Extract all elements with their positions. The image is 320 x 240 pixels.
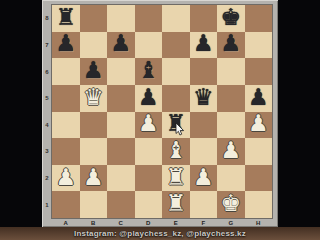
square-c1[interactable]	[107, 191, 135, 218]
square-a5[interactable]	[52, 85, 80, 112]
square-h6[interactable]	[245, 58, 273, 85]
white-pawn: ♟	[138, 112, 159, 135]
black-pawn: ♟	[138, 86, 159, 109]
left-letterbox-bar	[0, 0, 42, 227]
white-rook: ♜	[165, 192, 186, 215]
white-rook: ♜	[165, 166, 186, 189]
white-pawn: ♟	[220, 139, 241, 162]
square-g3[interactable]: ♟	[217, 138, 245, 165]
square-h8[interactable]	[245, 5, 273, 32]
square-e1[interactable]: ♜	[162, 191, 190, 218]
file-label-c: C	[107, 218, 135, 227]
square-d1[interactable]	[135, 191, 163, 218]
square-b8[interactable]	[80, 5, 108, 32]
rank-label-1: 1	[42, 191, 52, 218]
rank-label-7: 7	[42, 32, 52, 59]
square-a6[interactable]	[52, 58, 80, 85]
square-a4[interactable]	[52, 112, 80, 139]
square-h2[interactable]	[245, 165, 273, 192]
black-pawn: ♟	[248, 86, 269, 109]
square-f1[interactable]	[190, 191, 218, 218]
square-d8[interactable]	[135, 5, 163, 32]
rank-label-3: 3	[42, 138, 52, 165]
rank-label-2: 2	[42, 165, 52, 192]
black-pawn: ♟	[110, 32, 131, 55]
black-king: ♚	[220, 6, 241, 29]
square-g7[interactable]: ♟	[217, 32, 245, 59]
white-pawn: ♟	[83, 166, 104, 189]
square-b3[interactable]	[80, 138, 108, 165]
black-pawn: ♟	[83, 59, 104, 82]
black-pawn: ♟	[55, 32, 76, 55]
file-label-e: E	[162, 218, 190, 227]
square-b4[interactable]	[80, 112, 108, 139]
file-labels: ABCDEFGH	[52, 218, 272, 227]
square-c7[interactable]: ♟	[107, 32, 135, 59]
square-f4[interactable]	[190, 112, 218, 139]
square-e3[interactable]: ♝	[162, 138, 190, 165]
rank-label-5: 5	[42, 85, 52, 112]
square-f6[interactable]	[190, 58, 218, 85]
black-pawn: ♟	[220, 32, 241, 55]
square-c8[interactable]	[107, 5, 135, 32]
square-d4[interactable]: ♟	[135, 112, 163, 139]
file-label-b: B	[80, 218, 108, 227]
square-b2[interactable]: ♟	[80, 165, 108, 192]
square-h7[interactable]	[245, 32, 273, 59]
square-e5[interactable]	[162, 85, 190, 112]
square-g2[interactable]	[217, 165, 245, 192]
square-g1[interactable]: ♚	[217, 191, 245, 218]
footer-text: Instagram: @playchess_kz, @playchess.kz	[74, 229, 246, 238]
square-g6[interactable]	[217, 58, 245, 85]
square-b6[interactable]: ♟	[80, 58, 108, 85]
mouse-cursor-icon	[175, 123, 185, 136]
white-king: ♚	[220, 192, 241, 215]
square-a7[interactable]: ♟	[52, 32, 80, 59]
chess-board-frame: 87654321 ♜♚♟♟♟♟♟♝♛♟♛♟♟♜♟♝♟♟♟♜♟♜♚ ABCDEFG…	[42, 0, 278, 227]
rank-label-6: 6	[42, 58, 52, 85]
file-label-f: F	[190, 218, 218, 227]
square-e2[interactable]: ♜	[162, 165, 190, 192]
file-label-h: H	[245, 218, 273, 227]
square-f2[interactable]: ♟	[190, 165, 218, 192]
black-queen: ♛	[193, 86, 214, 109]
file-label-g: G	[217, 218, 245, 227]
square-f8[interactable]	[190, 5, 218, 32]
footer-banner: Instagram: @playchess_kz, @playchess.kz	[0, 227, 320, 240]
square-e7[interactable]	[162, 32, 190, 59]
square-d3[interactable]	[135, 138, 163, 165]
right-letterbox-bar	[278, 0, 320, 227]
rank-labels: 87654321	[42, 5, 52, 218]
black-bishop: ♝	[138, 59, 159, 82]
square-d7[interactable]	[135, 32, 163, 59]
square-h4[interactable]: ♟	[245, 112, 273, 139]
square-b1[interactable]	[80, 191, 108, 218]
rank-label-4: 4	[42, 112, 52, 139]
square-a8[interactable]: ♜	[52, 5, 80, 32]
white-queen: ♛	[83, 86, 104, 109]
square-d6[interactable]: ♝	[135, 58, 163, 85]
rank-label-8: 8	[42, 5, 52, 32]
square-d2[interactable]	[135, 165, 163, 192]
square-c4[interactable]	[107, 112, 135, 139]
file-label-a: A	[52, 218, 80, 227]
black-pawn: ♟	[193, 32, 214, 55]
square-f5[interactable]: ♛	[190, 85, 218, 112]
board-squares: ♜♚♟♟♟♟♟♝♛♟♛♟♟♜♟♝♟♟♟♜♟♜♚	[52, 5, 272, 218]
square-g8[interactable]: ♚	[217, 5, 245, 32]
square-g4[interactable]	[217, 112, 245, 139]
square-a2[interactable]: ♟	[52, 165, 80, 192]
square-b5[interactable]: ♛	[80, 85, 108, 112]
white-pawn: ♟	[55, 166, 76, 189]
screenshot-stage: 87654321 ♜♚♟♟♟♟♟♝♛♟♛♟♟♜♟♝♟♟♟♜♟♜♚ ABCDEFG…	[0, 0, 320, 240]
square-h1[interactable]	[245, 191, 273, 218]
square-c2[interactable]	[107, 165, 135, 192]
square-c5[interactable]	[107, 85, 135, 112]
square-h5[interactable]: ♟	[245, 85, 273, 112]
black-rook: ♜	[55, 6, 76, 29]
square-e8[interactable]	[162, 5, 190, 32]
white-bishop: ♝	[165, 139, 186, 162]
square-a1[interactable]	[52, 191, 80, 218]
square-a3[interactable]	[52, 138, 80, 165]
square-c3[interactable]	[107, 138, 135, 165]
white-pawn: ♟	[193, 166, 214, 189]
square-e6[interactable]	[162, 58, 190, 85]
white-pawn: ♟	[248, 112, 269, 135]
square-f7[interactable]: ♟	[190, 32, 218, 59]
file-label-d: D	[135, 218, 163, 227]
square-c6[interactable]	[107, 58, 135, 85]
square-h3[interactable]	[245, 138, 273, 165]
square-f3[interactable]	[190, 138, 218, 165]
square-d5[interactable]: ♟	[135, 85, 163, 112]
square-b7[interactable]	[80, 32, 108, 59]
square-g5[interactable]	[217, 85, 245, 112]
